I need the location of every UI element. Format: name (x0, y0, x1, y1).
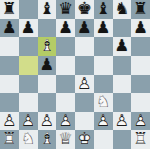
square-g8[interactable]: ♞ (113, 0, 132, 19)
square-d6[interactable] (56, 37, 75, 56)
square-h8[interactable]: ♜ (131, 0, 150, 19)
square-g6[interactable]: ♟ (113, 37, 132, 56)
square-f4[interactable] (94, 75, 113, 94)
piece-black-pawn[interactable]: ♟ (38, 56, 57, 75)
square-g7[interactable] (113, 19, 132, 38)
square-e2[interactable] (75, 112, 94, 131)
square-a5[interactable] (0, 56, 19, 75)
piece-black-pawn[interactable]: ♟ (75, 19, 94, 38)
piece-white-king[interactable]: ♔ (75, 130, 94, 149)
square-c3[interactable] (38, 93, 57, 112)
piece-black-queen[interactable]: ♛ (56, 0, 75, 19)
piece-white-pawn-fill: ♟ (131, 112, 150, 131)
square-e4[interactable]: ♟♙ (75, 75, 94, 94)
piece-white-queen-fill: ♛ (56, 130, 75, 149)
square-d7[interactable]: ♟ (56, 19, 75, 38)
piece-white-pawn[interactable]: ♙ (94, 112, 113, 131)
piece-white-bishop[interactable]: ♗ (38, 37, 57, 56)
square-f1[interactable] (94, 130, 113, 149)
square-a8[interactable]: ♜ (0, 0, 19, 19)
square-e1[interactable]: ♚♔ (75, 130, 94, 149)
square-a4[interactable] (0, 75, 19, 94)
chess-board: ♜♝♛♚♝♞♜♟♟♟♟♟♟♝♗♟♟♟♙♞♘♟♙♟♙♟♙♟♙♟♙♟♙♟♙♜♖♞♘♝… (0, 0, 150, 149)
square-d3[interactable] (56, 93, 75, 112)
piece-white-bishop-fill: ♝ (38, 37, 57, 56)
piece-white-knight-fill: ♞ (94, 93, 113, 112)
square-e6[interactable] (75, 37, 94, 56)
square-f5[interactable] (94, 56, 113, 75)
square-e8[interactable]: ♚ (75, 0, 94, 19)
piece-white-pawn-fill: ♟ (113, 112, 132, 131)
square-g3[interactable] (113, 93, 132, 112)
piece-white-bishop[interactable]: ♗ (38, 130, 57, 149)
piece-black-knight[interactable]: ♞ (113, 0, 132, 19)
piece-white-pawn[interactable]: ♙ (56, 112, 75, 131)
piece-white-pawn[interactable]: ♙ (38, 112, 57, 131)
piece-black-rook[interactable]: ♜ (0, 0, 19, 19)
square-a7[interactable]: ♟ (0, 19, 19, 38)
square-c4[interactable] (38, 75, 57, 94)
square-e7[interactable]: ♟ (75, 19, 94, 38)
piece-white-rook[interactable]: ♖ (131, 130, 150, 149)
piece-white-knight[interactable]: ♘ (94, 93, 113, 112)
square-d8[interactable]: ♛ (56, 0, 75, 19)
square-f7[interactable]: ♟ (94, 19, 113, 38)
square-h7[interactable]: ♟ (131, 19, 150, 38)
piece-white-pawn-fill: ♟ (56, 112, 75, 131)
square-d1[interactable]: ♛♕ (56, 130, 75, 149)
square-d5[interactable] (56, 56, 75, 75)
square-h6[interactable] (131, 37, 150, 56)
square-h2[interactable]: ♟♙ (131, 112, 150, 131)
piece-white-pawn[interactable]: ♙ (131, 112, 150, 131)
piece-white-rook[interactable]: ♖ (0, 130, 19, 149)
piece-white-knight-fill: ♞ (19, 130, 38, 149)
square-b4[interactable] (19, 75, 38, 94)
square-c1[interactable]: ♝♗ (38, 130, 57, 149)
piece-black-pawn[interactable]: ♟ (113, 37, 132, 56)
square-f3[interactable]: ♞♘ (94, 93, 113, 112)
piece-white-pawn[interactable]: ♙ (113, 112, 132, 131)
piece-black-pawn[interactable]: ♟ (0, 19, 19, 38)
square-f6[interactable] (94, 37, 113, 56)
piece-black-bishop[interactable]: ♝ (38, 0, 57, 19)
square-a1[interactable]: ♜♖ (0, 130, 19, 149)
piece-black-rook[interactable]: ♜ (131, 0, 150, 19)
square-g4[interactable] (113, 75, 132, 94)
square-c6[interactable]: ♝♗ (38, 37, 57, 56)
piece-white-pawn-fill: ♟ (75, 75, 94, 94)
square-h4[interactable] (131, 75, 150, 94)
square-b8[interactable] (19, 0, 38, 19)
piece-white-rook-fill: ♜ (0, 130, 19, 149)
square-c7[interactable] (38, 19, 57, 38)
piece-white-pawn[interactable]: ♙ (19, 112, 38, 131)
square-c8[interactable]: ♝ (38, 0, 57, 19)
piece-white-bishop-fill: ♝ (38, 130, 57, 149)
piece-white-pawn-fill: ♟ (94, 112, 113, 131)
square-g1[interactable] (113, 130, 132, 149)
square-a3[interactable] (0, 93, 19, 112)
square-f2[interactable]: ♟♙ (94, 112, 113, 131)
piece-black-pawn[interactable]: ♟ (19, 19, 38, 38)
square-d4[interactable] (56, 75, 75, 94)
square-b2[interactable]: ♟♙ (19, 112, 38, 131)
piece-black-pawn[interactable]: ♟ (56, 19, 75, 38)
piece-black-pawn[interactable]: ♟ (94, 19, 113, 38)
square-a6[interactable] (0, 37, 19, 56)
piece-white-rook-fill: ♜ (131, 130, 150, 149)
piece-white-pawn[interactable]: ♙ (0, 112, 19, 131)
square-c2[interactable]: ♟♙ (38, 112, 57, 131)
square-c5[interactable]: ♟ (38, 56, 57, 75)
square-b6[interactable] (19, 37, 38, 56)
square-b3[interactable] (19, 93, 38, 112)
piece-white-knight[interactable]: ♘ (19, 130, 38, 149)
piece-white-pawn-fill: ♟ (0, 112, 19, 131)
square-h3[interactable] (131, 93, 150, 112)
square-h1[interactable]: ♜♖ (131, 130, 150, 149)
piece-white-pawn[interactable]: ♙ (75, 75, 94, 94)
piece-white-queen[interactable]: ♕ (56, 130, 75, 149)
square-e5[interactable] (75, 56, 94, 75)
square-e3[interactable] (75, 93, 94, 112)
square-a2[interactable]: ♟♙ (0, 112, 19, 131)
piece-white-pawn-fill: ♟ (38, 112, 57, 131)
piece-white-king-fill: ♚ (75, 130, 94, 149)
square-b1[interactable]: ♞♘ (19, 130, 38, 149)
piece-black-pawn[interactable]: ♟ (131, 19, 150, 38)
piece-black-king[interactable]: ♚ (75, 0, 94, 19)
square-g2[interactable]: ♟♙ (113, 112, 132, 131)
square-b5[interactable] (19, 56, 38, 75)
piece-black-bishop[interactable]: ♝ (94, 0, 113, 19)
piece-white-pawn-fill: ♟ (19, 112, 38, 131)
square-h5[interactable] (131, 56, 150, 75)
square-b7[interactable]: ♟ (19, 19, 38, 38)
square-g5[interactable] (113, 56, 132, 75)
square-f8[interactable]: ♝ (94, 0, 113, 19)
square-d2[interactable]: ♟♙ (56, 112, 75, 131)
